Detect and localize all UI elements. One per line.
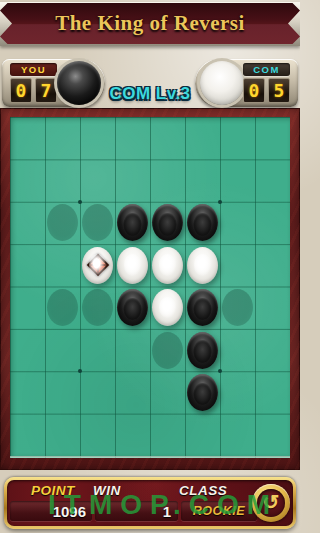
board-cell-d5[interactable] — [115, 287, 150, 329]
board-cell-b8[interactable] — [45, 414, 80, 456]
board-cell-g3[interactable] — [220, 202, 255, 244]
board-cell-c5[interactable] — [80, 287, 115, 329]
board-cell-f6[interactable] — [185, 329, 220, 371]
black-disc — [152, 204, 183, 241]
board-frame — [0, 108, 300, 470]
board-cell-b6[interactable] — [45, 329, 80, 371]
legal-move-hint[interactable] — [82, 289, 113, 326]
board-cell-d6[interactable] — [115, 329, 150, 371]
black-disc — [187, 289, 218, 326]
board-cell-h3[interactable] — [255, 202, 290, 244]
board-cell-a1[interactable] — [10, 117, 45, 159]
board-cell-c7[interactable] — [80, 371, 115, 413]
board-cell-g6[interactable] — [220, 329, 255, 371]
board-cell-a5[interactable] — [10, 287, 45, 329]
black-disc — [187, 332, 218, 369]
board-cell-d7[interactable] — [115, 371, 150, 413]
board-cell-e6[interactable] — [150, 329, 185, 371]
board-cell-c8[interactable] — [80, 414, 115, 456]
last-move-marker-icon — [86, 254, 109, 277]
board-cell-c2[interactable] — [80, 159, 115, 201]
board-cell-e7[interactable] — [150, 371, 185, 413]
board-cell-e2[interactable] — [150, 159, 185, 201]
board-cell-b4[interactable] — [45, 244, 80, 286]
board-cell-a6[interactable] — [10, 329, 45, 371]
board-cell-c3[interactable] — [80, 202, 115, 244]
com-score-ones: 5 — [268, 78, 290, 103]
board-cell-b5[interactable] — [45, 287, 80, 329]
board-cell-d8[interactable] — [115, 414, 150, 456]
board-cell-h1[interactable] — [255, 117, 290, 159]
com-score: 0 5 — [243, 78, 290, 103]
board-cell-f2[interactable] — [185, 159, 220, 201]
title-banner: The King of Reversi — [0, 2, 300, 46]
board-cell-e8[interactable] — [150, 414, 185, 456]
board-cell-g5[interactable] — [220, 287, 255, 329]
white-disc — [152, 289, 183, 326]
board-cell-e1[interactable] — [150, 117, 185, 159]
star-point — [78, 200, 82, 204]
board-cell-a3[interactable] — [10, 202, 45, 244]
com-label: COM — [243, 63, 290, 76]
black-disc — [187, 204, 218, 241]
board-cell-g7[interactable] — [220, 371, 255, 413]
board-cell-e4[interactable] — [150, 244, 185, 286]
watermark: ITMOP.COM — [48, 489, 278, 521]
board-cell-c4[interactable] — [80, 244, 115, 286]
board-cell-h2[interactable] — [255, 159, 290, 201]
board-cell-a2[interactable] — [10, 159, 45, 201]
board-grid[interactable] — [10, 117, 290, 456]
board-cell-f8[interactable] — [185, 414, 220, 456]
board-cell-f4[interactable] — [185, 244, 220, 286]
legal-move-hint[interactable] — [47, 289, 78, 326]
board-cell-h8[interactable] — [255, 414, 290, 456]
white-disc — [117, 247, 148, 284]
board-cell-g8[interactable] — [220, 414, 255, 456]
board-interior — [10, 117, 290, 458]
black-disc — [187, 374, 218, 411]
board-cell-h5[interactable] — [255, 287, 290, 329]
com-score-tens: 0 — [243, 78, 265, 103]
board-cell-a8[interactable] — [10, 414, 45, 456]
board-cell-h6[interactable] — [255, 329, 290, 371]
board-cell-e5[interactable] — [150, 287, 185, 329]
you-label: YOU — [10, 63, 57, 76]
white-disc — [187, 247, 218, 284]
board-cell-f3[interactable] — [185, 202, 220, 244]
page-title: The King of Reversi — [0, 11, 300, 36]
board-cell-c6[interactable] — [80, 329, 115, 371]
board-cell-d1[interactable] — [115, 117, 150, 159]
board-cell-d3[interactable] — [115, 202, 150, 244]
score-panel-com: COM 0 5 — [195, 59, 298, 107]
board-cell-b1[interactable] — [45, 117, 80, 159]
board-cell-b7[interactable] — [45, 371, 80, 413]
board-cell-b3[interactable] — [45, 202, 80, 244]
star-point — [218, 200, 222, 204]
white-disc-icon — [200, 61, 244, 105]
board-cell-d4[interactable] — [115, 244, 150, 286]
legal-move-hint[interactable] — [222, 289, 253, 326]
board-cell-f7[interactable] — [185, 371, 220, 413]
board-cell-h7[interactable] — [255, 371, 290, 413]
legal-move-hint[interactable] — [152, 332, 183, 369]
board-cell-g4[interactable] — [220, 244, 255, 286]
board-cell-a7[interactable] — [10, 371, 45, 413]
white-disc — [82, 247, 113, 284]
board-cell-f1[interactable] — [185, 117, 220, 159]
black-disc — [117, 204, 148, 241]
black-disc — [117, 289, 148, 326]
board-cell-b2[interactable] — [45, 159, 80, 201]
legal-move-hint[interactable] — [47, 204, 78, 241]
board-cell-d2[interactable] — [115, 159, 150, 201]
board-cell-g1[interactable] — [220, 117, 255, 159]
board-cell-c1[interactable] — [80, 117, 115, 159]
board-cell-h4[interactable] — [255, 244, 290, 286]
board-cell-a4[interactable] — [10, 244, 45, 286]
board-cell-g2[interactable] — [220, 159, 255, 201]
board-cell-f5[interactable] — [185, 287, 220, 329]
board-cell-e3[interactable] — [150, 202, 185, 244]
white-disc — [152, 247, 183, 284]
legal-move-hint[interactable] — [82, 204, 113, 241]
